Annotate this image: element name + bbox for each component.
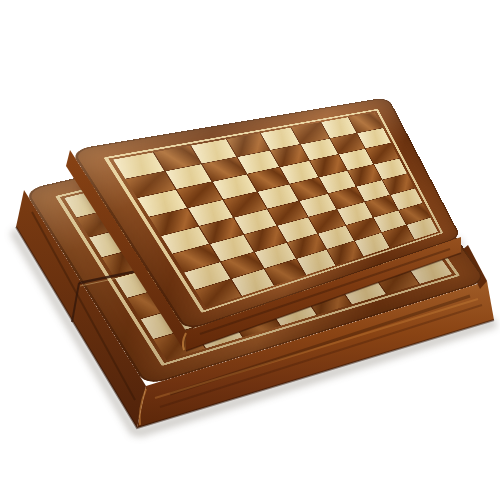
chess-set-photo bbox=[0, 0, 500, 500]
fold-seam-side bbox=[72, 283, 79, 322]
